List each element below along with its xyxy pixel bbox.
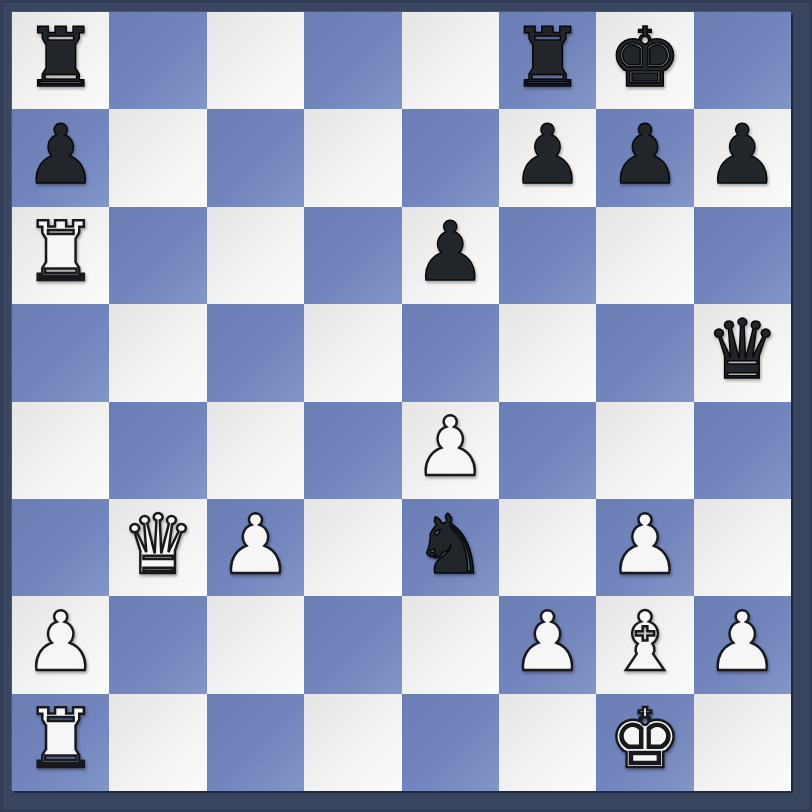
square-e1[interactable] (402, 694, 499, 791)
square-b7[interactable] (109, 109, 206, 206)
square-g8[interactable]: ♚ (596, 12, 693, 109)
square-h4[interactable] (694, 402, 791, 499)
square-g3[interactable]: ♟ (596, 499, 693, 596)
square-d3[interactable] (304, 499, 401, 596)
square-c6[interactable] (207, 207, 304, 304)
square-a2[interactable]: ♟ (12, 596, 109, 693)
square-g2[interactable]: ♝ (596, 596, 693, 693)
square-f8[interactable]: ♜ (499, 12, 596, 109)
square-a4[interactable] (12, 402, 109, 499)
square-e6[interactable]: ♟ (402, 207, 499, 304)
square-g1[interactable]: ♚ (596, 694, 693, 791)
square-c1[interactable] (207, 694, 304, 791)
square-d1[interactable] (304, 694, 401, 791)
square-g6[interactable] (596, 207, 693, 304)
square-c7[interactable] (207, 109, 304, 206)
square-c8[interactable] (207, 12, 304, 109)
square-f5[interactable] (499, 304, 596, 401)
piece-black-rook[interactable]: ♜ (24, 17, 98, 99)
piece-black-king[interactable]: ♚ (608, 17, 682, 99)
square-h6[interactable] (694, 207, 791, 304)
square-b1[interactable] (109, 694, 206, 791)
piece-white-pawn[interactable]: ♟ (706, 601, 780, 683)
piece-black-pawn[interactable]: ♟ (608, 114, 682, 196)
square-h7[interactable]: ♟ (694, 109, 791, 206)
square-d6[interactable] (304, 207, 401, 304)
square-e5[interactable] (402, 304, 499, 401)
board-frame: ♜♜♚♟♟♟♟♜♟♛♟♛♟♞♟♟♟♝♟♜♚ (0, 0, 812, 812)
square-d8[interactable] (304, 12, 401, 109)
piece-black-rook[interactable]: ♜ (511, 17, 585, 99)
square-c5[interactable] (207, 304, 304, 401)
square-d5[interactable] (304, 304, 401, 401)
square-h3[interactable] (694, 499, 791, 596)
piece-white-pawn[interactable]: ♟ (24, 601, 98, 683)
square-f4[interactable] (499, 402, 596, 499)
square-h8[interactable] (694, 12, 791, 109)
square-f7[interactable]: ♟ (499, 109, 596, 206)
square-a5[interactable] (12, 304, 109, 401)
piece-black-queen[interactable]: ♛ (706, 309, 780, 391)
square-f3[interactable] (499, 499, 596, 596)
piece-white-pawn[interactable]: ♟ (511, 601, 585, 683)
square-h2[interactable]: ♟ (694, 596, 791, 693)
chess-board: ♜♜♚♟♟♟♟♜♟♛♟♛♟♞♟♟♟♝♟♜♚ (12, 12, 791, 791)
piece-white-king[interactable]: ♚ (608, 698, 682, 780)
square-b5[interactable] (109, 304, 206, 401)
piece-white-rook[interactable]: ♜ (24, 211, 98, 293)
piece-black-pawn[interactable]: ♟ (413, 211, 487, 293)
square-h5[interactable]: ♛ (694, 304, 791, 401)
square-g5[interactable] (596, 304, 693, 401)
square-b3[interactable]: ♛ (109, 499, 206, 596)
square-e7[interactable] (402, 109, 499, 206)
piece-white-pawn[interactable]: ♟ (219, 504, 293, 586)
square-d2[interactable] (304, 596, 401, 693)
square-f2[interactable]: ♟ (499, 596, 596, 693)
piece-white-queen[interactable]: ♛ (121, 504, 195, 586)
square-d4[interactable] (304, 402, 401, 499)
square-a3[interactable] (12, 499, 109, 596)
square-f1[interactable] (499, 694, 596, 791)
square-h1[interactable] (694, 694, 791, 791)
square-e3[interactable]: ♞ (402, 499, 499, 596)
piece-black-pawn[interactable]: ♟ (511, 114, 585, 196)
square-c2[interactable] (207, 596, 304, 693)
piece-black-pawn[interactable]: ♟ (24, 114, 98, 196)
square-g7[interactable]: ♟ (596, 109, 693, 206)
piece-black-knight[interactable]: ♞ (413, 504, 487, 586)
piece-white-bishop[interactable]: ♝ (608, 601, 682, 683)
square-c3[interactable]: ♟ (207, 499, 304, 596)
piece-white-rook[interactable]: ♜ (24, 698, 98, 780)
piece-white-pawn[interactable]: ♟ (608, 504, 682, 586)
square-a8[interactable]: ♜ (12, 12, 109, 109)
square-a1[interactable]: ♜ (12, 694, 109, 791)
square-b4[interactable] (109, 402, 206, 499)
square-b2[interactable] (109, 596, 206, 693)
square-c4[interactable] (207, 402, 304, 499)
square-d7[interactable] (304, 109, 401, 206)
square-e2[interactable] (402, 596, 499, 693)
square-b8[interactable] (109, 12, 206, 109)
piece-white-pawn[interactable]: ♟ (413, 406, 487, 488)
square-f6[interactable] (499, 207, 596, 304)
square-a7[interactable]: ♟ (12, 109, 109, 206)
piece-black-pawn[interactable]: ♟ (706, 114, 780, 196)
square-a6[interactable]: ♜ (12, 207, 109, 304)
square-e4[interactable]: ♟ (402, 402, 499, 499)
square-b6[interactable] (109, 207, 206, 304)
square-g4[interactable] (596, 402, 693, 499)
square-e8[interactable] (402, 12, 499, 109)
